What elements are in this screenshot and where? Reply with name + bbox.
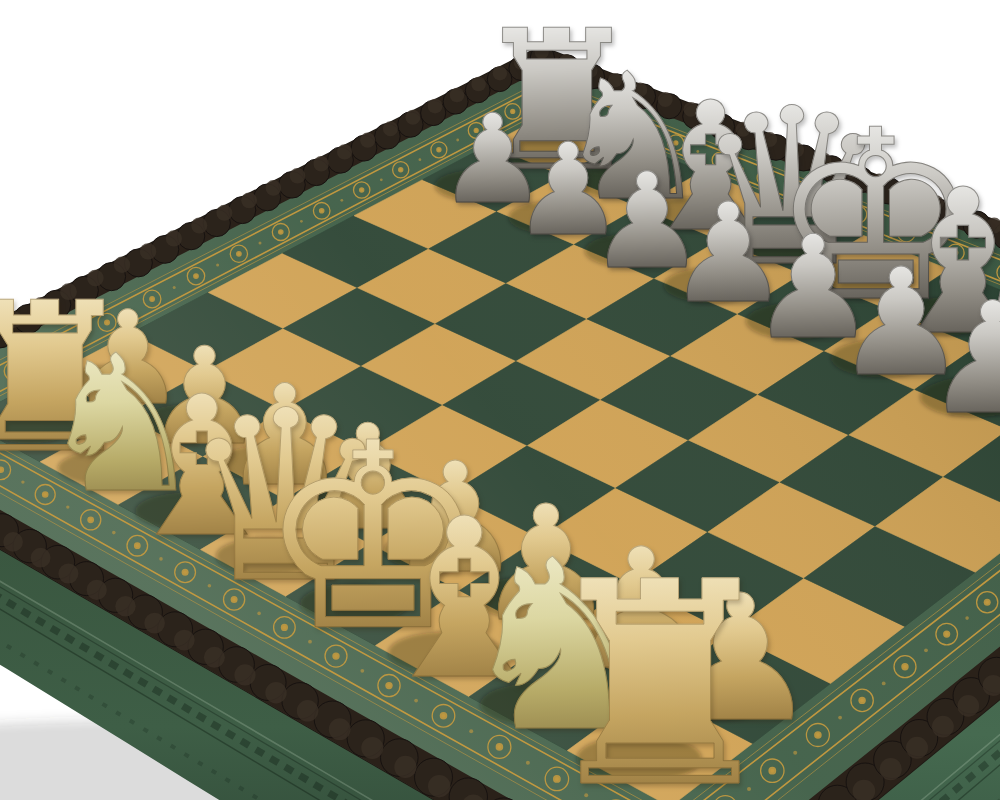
piece-shadow <box>67 365 158 399</box>
piece-shadow <box>141 404 236 439</box>
piece-shadow <box>219 445 318 482</box>
piece-shadow <box>658 675 781 721</box>
piece-shadow <box>300 583 409 624</box>
piece-shadow <box>383 531 491 571</box>
chess-board <box>0 0 1000 800</box>
piece-shadow <box>435 170 522 202</box>
piece-shadow <box>471 577 584 619</box>
piece-shadow <box>649 196 742 230</box>
piece-shadow <box>727 229 823 265</box>
piece-shadow <box>58 450 154 486</box>
piece-shadow <box>809 262 909 299</box>
piece-shadow <box>562 625 680 669</box>
piece-shadow <box>499 135 585 167</box>
piece-shadow <box>894 297 998 335</box>
piece-shadow <box>299 487 402 525</box>
piece-shadow <box>135 493 235 530</box>
piece-shadow <box>831 339 936 378</box>
piece-shadow <box>576 735 702 782</box>
piece-shadow <box>388 632 502 674</box>
piece-shadow <box>216 537 321 576</box>
piece-shadow <box>508 201 598 234</box>
piece-shadow <box>664 267 761 303</box>
piece-shadow <box>584 234 678 269</box>
piece-shadow <box>746 302 847 339</box>
piece-shadow <box>573 165 662 198</box>
chess-set-photo: ♜♞♟♝♟♛♟♚♟♝♟♞♟♟♜♟♟♜♟♟♞♟♝♟♛♟♚♟♝♟♞♜ <box>0 0 1000 800</box>
piece-shadow <box>480 682 600 726</box>
